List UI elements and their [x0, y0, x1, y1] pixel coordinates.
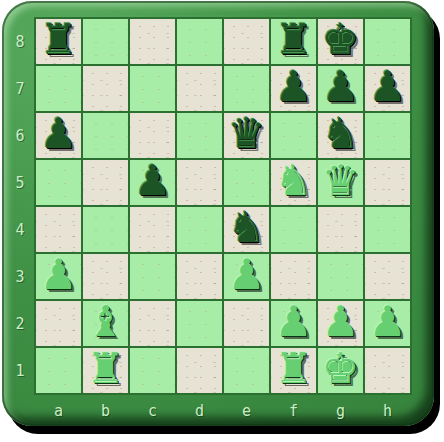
- piece-white-rook[interactable]: ♜: [275, 348, 313, 390]
- square-f8[interactable]: ♜: [271, 19, 316, 64]
- square-c1[interactable]: [130, 348, 175, 393]
- square-h8[interactable]: [365, 19, 410, 64]
- square-a7[interactable]: [36, 66, 81, 111]
- square-a8[interactable]: ♜: [36, 19, 81, 64]
- rank-label-6: 6: [8, 113, 32, 158]
- piece-white-pawn[interactable]: ♟: [228, 254, 266, 296]
- square-h7[interactable]: ♟: [365, 66, 410, 111]
- square-b3[interactable]: [83, 254, 128, 299]
- piece-black-pawn[interactable]: ♟: [275, 66, 313, 108]
- square-e1[interactable]: [224, 348, 269, 393]
- square-e3[interactable]: ♟: [224, 254, 269, 299]
- square-g5[interactable]: ♛: [318, 160, 363, 205]
- rank-label-3: 3: [8, 254, 32, 299]
- square-d7[interactable]: [177, 66, 222, 111]
- square-h2[interactable]: ♟: [365, 301, 410, 346]
- piece-white-pawn[interactable]: ♟: [275, 301, 313, 343]
- square-e8[interactable]: [224, 19, 269, 64]
- file-label-g: g: [318, 398, 363, 424]
- square-a5[interactable]: [36, 160, 81, 205]
- square-b7[interactable]: [83, 66, 128, 111]
- chess-board: ♜♜♚♟♟♟♟♛♞♟♞♛♞♟♟♝♟♟♟♜♜♚: [34, 17, 412, 395]
- square-f4[interactable]: [271, 207, 316, 252]
- square-a1[interactable]: [36, 348, 81, 393]
- piece-white-king[interactable]: ♚: [322, 348, 360, 390]
- square-c7[interactable]: [130, 66, 175, 111]
- square-a6[interactable]: ♟: [36, 113, 81, 158]
- square-b6[interactable]: [83, 113, 128, 158]
- square-f1[interactable]: ♜: [271, 348, 316, 393]
- piece-white-pawn[interactable]: ♟: [369, 301, 407, 343]
- file-label-b: b: [83, 398, 128, 424]
- piece-black-knight[interactable]: ♞: [322, 113, 360, 155]
- file-label-c: c: [130, 398, 175, 424]
- square-b4[interactable]: [83, 207, 128, 252]
- square-b8[interactable]: [83, 19, 128, 64]
- rank-label-7: 7: [8, 66, 32, 111]
- file-label-e: e: [224, 398, 269, 424]
- square-g7[interactable]: ♟: [318, 66, 363, 111]
- piece-white-queen[interactable]: ♛: [322, 160, 360, 202]
- square-e2[interactable]: [224, 301, 269, 346]
- file-label-d: d: [177, 398, 222, 424]
- square-c5[interactable]: ♟: [130, 160, 175, 205]
- rank-labels: 87654321: [8, 17, 32, 395]
- square-d4[interactable]: [177, 207, 222, 252]
- rank-label-5: 5: [8, 160, 32, 205]
- square-d3[interactable]: [177, 254, 222, 299]
- piece-black-rook[interactable]: ♜: [275, 19, 313, 61]
- square-a4[interactable]: [36, 207, 81, 252]
- piece-white-rook[interactable]: ♜: [87, 348, 125, 390]
- piece-black-pawn[interactable]: ♟: [40, 113, 78, 155]
- board-frame: 87654321 ♜♜♚♟♟♟♟♛♞♟♞♛♞♟♟♝♟♟♟♜♜♚ abcdefgh: [2, 1, 434, 426]
- square-g3[interactable]: [318, 254, 363, 299]
- square-f2[interactable]: ♟: [271, 301, 316, 346]
- square-g2[interactable]: ♟: [318, 301, 363, 346]
- rank-label-1: 1: [8, 348, 32, 393]
- square-d1[interactable]: [177, 348, 222, 393]
- piece-black-queen[interactable]: ♛: [228, 113, 266, 155]
- chess-app: 87654321 ♜♜♚♟♟♟♟♛♞♟♞♛♞♟♟♝♟♟♟♜♜♚ abcdefgh: [0, 0, 444, 442]
- square-f6[interactable]: [271, 113, 316, 158]
- square-d5[interactable]: [177, 160, 222, 205]
- piece-white-pawn[interactable]: ♟: [322, 301, 360, 343]
- square-f7[interactable]: ♟: [271, 66, 316, 111]
- square-h1[interactable]: [365, 348, 410, 393]
- square-f3[interactable]: [271, 254, 316, 299]
- square-d8[interactable]: [177, 19, 222, 64]
- piece-white-knight[interactable]: ♞: [275, 160, 313, 202]
- piece-black-pawn[interactable]: ♟: [134, 160, 172, 202]
- square-h3[interactable]: [365, 254, 410, 299]
- file-label-h: h: [365, 398, 410, 424]
- rank-label-4: 4: [8, 207, 32, 252]
- square-c6[interactable]: [130, 113, 175, 158]
- square-c2[interactable]: [130, 301, 175, 346]
- piece-white-bishop[interactable]: ♝: [87, 301, 125, 343]
- square-h6[interactable]: [365, 113, 410, 158]
- square-c4[interactable]: [130, 207, 175, 252]
- square-h5[interactable]: [365, 160, 410, 205]
- file-label-a: a: [36, 398, 81, 424]
- square-g6[interactable]: ♞: [318, 113, 363, 158]
- square-b5[interactable]: [83, 160, 128, 205]
- square-a3[interactable]: ♟: [36, 254, 81, 299]
- square-f5[interactable]: ♞: [271, 160, 316, 205]
- square-c3[interactable]: [130, 254, 175, 299]
- square-g8[interactable]: ♚: [318, 19, 363, 64]
- square-g4[interactable]: [318, 207, 363, 252]
- square-d2[interactable]: [177, 301, 222, 346]
- piece-black-knight[interactable]: ♞: [228, 207, 266, 249]
- piece-white-pawn[interactable]: ♟: [40, 254, 78, 296]
- square-e5[interactable]: [224, 160, 269, 205]
- square-h4[interactable]: [365, 207, 410, 252]
- square-a2[interactable]: [36, 301, 81, 346]
- rank-label-2: 2: [8, 301, 32, 346]
- piece-black-rook[interactable]: ♜: [40, 19, 78, 61]
- piece-black-pawn[interactable]: ♟: [369, 66, 407, 108]
- square-b1[interactable]: ♜: [83, 348, 128, 393]
- square-e7[interactable]: [224, 66, 269, 111]
- square-d6[interactable]: [177, 113, 222, 158]
- file-labels: abcdefgh: [34, 398, 412, 424]
- square-e6[interactable]: ♛: [224, 113, 269, 158]
- piece-black-pawn[interactable]: ♟: [322, 66, 360, 108]
- square-e4[interactable]: ♞: [224, 207, 269, 252]
- piece-black-king[interactable]: ♚: [322, 19, 360, 61]
- file-label-f: f: [271, 398, 316, 424]
- rank-label-8: 8: [8, 19, 32, 64]
- square-g1[interactable]: ♚: [318, 348, 363, 393]
- square-b2[interactable]: ♝: [83, 301, 128, 346]
- square-c8[interactable]: [130, 19, 175, 64]
